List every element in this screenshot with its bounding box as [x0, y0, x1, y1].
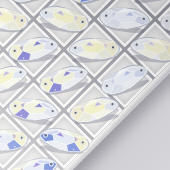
bead-tray: [0, 0, 170, 170]
crystal-facet: [164, 9, 170, 17]
crystal-wrap: [126, 0, 170, 8]
crystal-shadow: [133, 0, 170, 6]
rhinestone-tray-photo: [0, 0, 170, 170]
crystal-rhinestone: [126, 0, 170, 8]
crystal-rhinestone: [127, 33, 170, 66]
crystal-wrap: [127, 33, 170, 66]
tray-grid: [0, 0, 170, 170]
